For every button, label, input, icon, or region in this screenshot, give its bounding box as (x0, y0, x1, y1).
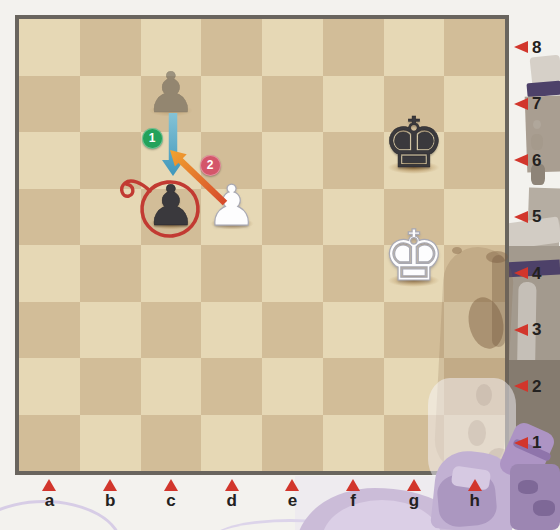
ruins-wisp-left (0, 500, 122, 530)
background-art-ruins (0, 0, 560, 530)
ruins-corner-patch-2 (533, 500, 555, 516)
chess-lesson-scene: ♚♟♚♟♟ (0, 0, 560, 530)
ruins-corner (510, 464, 560, 530)
ruins-corner-patch-1 (518, 480, 538, 494)
